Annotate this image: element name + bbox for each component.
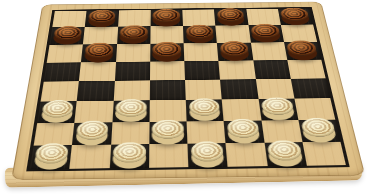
light-piece-a1[interactable] xyxy=(34,143,69,163)
board-3d-wrap xyxy=(11,2,365,180)
square-f5[interactable] xyxy=(219,60,256,79)
square-a3[interactable] xyxy=(37,101,77,123)
square-c3[interactable] xyxy=(112,100,150,122)
square-d2[interactable] xyxy=(149,121,187,144)
square-a2[interactable] xyxy=(34,122,75,145)
square-a6[interactable] xyxy=(47,44,83,62)
square-h5[interactable] xyxy=(287,60,326,79)
square-a4[interactable] xyxy=(41,81,80,101)
square-g7[interactable] xyxy=(248,25,284,42)
square-h8[interactable] xyxy=(278,8,313,25)
square-h6[interactable] xyxy=(284,42,321,60)
square-d7[interactable] xyxy=(150,26,183,43)
square-c8[interactable] xyxy=(118,10,151,27)
square-c1[interactable] xyxy=(109,144,149,168)
square-h7[interactable] xyxy=(281,25,317,42)
board-grid xyxy=(30,8,346,169)
playing-area xyxy=(26,7,350,171)
square-f2[interactable] xyxy=(224,120,264,143)
square-h2[interactable] xyxy=(298,119,340,142)
square-g2[interactable] xyxy=(261,120,302,143)
square-a1[interactable] xyxy=(30,145,72,169)
square-e5[interactable] xyxy=(184,61,220,80)
square-f4[interactable] xyxy=(220,79,258,99)
light-piece-h2[interactable] xyxy=(301,118,336,137)
square-b7[interactable] xyxy=(83,27,118,44)
checkers-board-photo xyxy=(0,0,369,194)
square-c6[interactable] xyxy=(116,43,151,61)
square-g6[interactable] xyxy=(250,42,287,60)
dark-piece-e7[interactable] xyxy=(186,25,215,40)
square-d8[interactable] xyxy=(150,10,183,27)
square-f6[interactable] xyxy=(217,42,253,60)
light-piece-c3[interactable] xyxy=(115,99,146,117)
light-piece-e1[interactable] xyxy=(190,141,224,161)
square-e7[interactable] xyxy=(183,26,217,43)
square-b1[interactable] xyxy=(70,144,111,168)
light-piece-b2[interactable] xyxy=(76,121,109,140)
square-f8[interactable] xyxy=(214,9,248,26)
square-g3[interactable] xyxy=(258,99,298,121)
dark-piece-a7[interactable] xyxy=(53,26,83,41)
square-e1[interactable] xyxy=(187,143,227,167)
square-d3[interactable] xyxy=(149,100,186,122)
square-h1[interactable] xyxy=(302,142,346,166)
dark-piece-c7[interactable] xyxy=(120,25,148,40)
square-a5[interactable] xyxy=(44,62,81,81)
square-g4[interactable] xyxy=(255,79,294,99)
light-piece-a3[interactable] xyxy=(41,100,74,118)
dark-piece-h8[interactable] xyxy=(280,7,310,21)
square-b6[interactable] xyxy=(81,44,116,62)
light-piece-g1[interactable] xyxy=(267,140,303,160)
square-b5[interactable] xyxy=(79,62,115,81)
square-e6[interactable] xyxy=(184,43,219,61)
square-c2[interactable] xyxy=(111,122,150,145)
square-g8[interactable] xyxy=(246,9,281,26)
square-a8[interactable] xyxy=(52,11,86,28)
light-piece-e3[interactable] xyxy=(189,98,221,116)
dark-piece-d8[interactable] xyxy=(153,9,180,23)
square-f1[interactable] xyxy=(226,143,267,167)
square-h3[interactable] xyxy=(294,98,335,119)
square-e3[interactable] xyxy=(186,100,224,122)
light-piece-g3[interactable] xyxy=(261,97,294,115)
dark-piece-b6[interactable] xyxy=(84,43,114,58)
square-h4[interactable] xyxy=(291,78,331,98)
square-d4[interactable] xyxy=(150,80,186,100)
dark-piece-g7[interactable] xyxy=(251,24,281,38)
light-piece-f2[interactable] xyxy=(227,119,261,138)
square-c4[interactable] xyxy=(113,80,150,100)
square-c5[interactable] xyxy=(114,61,150,80)
dark-piece-f8[interactable] xyxy=(217,8,245,22)
dark-piece-b8[interactable] xyxy=(88,9,116,23)
dark-piece-d6[interactable] xyxy=(153,42,182,57)
square-b3[interactable] xyxy=(75,101,114,123)
square-f7[interactable] xyxy=(216,25,251,42)
square-a7[interactable] xyxy=(50,27,85,44)
board-frame xyxy=(11,2,365,180)
dark-piece-f6[interactable] xyxy=(220,41,250,56)
square-e2[interactable] xyxy=(187,121,226,144)
square-b2[interactable] xyxy=(72,122,112,145)
square-b8[interactable] xyxy=(85,10,119,27)
dark-piece-h6[interactable] xyxy=(286,40,317,55)
square-e4[interactable] xyxy=(185,80,222,100)
square-d1[interactable] xyxy=(149,143,189,167)
square-g5[interactable] xyxy=(253,60,291,79)
square-b4[interactable] xyxy=(77,81,115,101)
square-g1[interactable] xyxy=(264,142,307,166)
square-f3[interactable] xyxy=(222,99,261,121)
square-d6[interactable] xyxy=(150,43,184,61)
light-piece-d2[interactable] xyxy=(152,120,184,139)
square-e8[interactable] xyxy=(182,9,215,26)
square-d5[interactable] xyxy=(150,61,185,80)
light-piece-c1[interactable] xyxy=(113,142,146,162)
square-c7[interactable] xyxy=(117,26,151,43)
